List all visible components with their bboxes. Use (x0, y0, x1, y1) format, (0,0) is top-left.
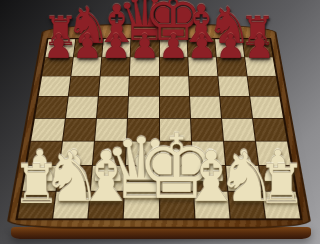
square-c6[interactable] (99, 77, 129, 97)
square-h5[interactable] (250, 97, 283, 118)
square-g6[interactable] (218, 77, 249, 97)
piece-red-pawn[interactable]: ♟ (101, 30, 131, 64)
square-h6[interactable] (248, 77, 280, 97)
square-e6[interactable] (159, 77, 188, 97)
square-a5[interactable] (35, 97, 68, 118)
square-a6[interactable] (39, 77, 71, 97)
piece-red-pawn[interactable]: ♟ (130, 30, 160, 64)
piece-white-rook[interactable]: ♜ (257, 158, 306, 212)
square-d6[interactable] (129, 77, 158, 97)
piece-red-pawn[interactable]: ♟ (244, 30, 274, 64)
piece-red-pawn[interactable]: ♟ (43, 30, 73, 64)
square-c5[interactable] (97, 97, 128, 118)
board-front-edge (11, 227, 311, 239)
piece-red-pawn[interactable]: ♟ (158, 30, 188, 64)
piece-red-pawn[interactable]: ♟ (72, 30, 102, 64)
piece-red-pawn[interactable]: ♟ (216, 30, 246, 64)
square-b6[interactable] (69, 77, 100, 97)
square-f6[interactable] (189, 77, 219, 97)
square-b5[interactable] (66, 97, 98, 118)
square-g5[interactable] (220, 97, 252, 118)
piece-red-pawn[interactable]: ♟ (187, 30, 217, 64)
scene: ♜♞♝♛♚♝♞♜♟♟♟♟♟♟♟♟♟♟♟♟♟♟♟♟♜♞♝♛♚♝♞♜ (0, 0, 320, 244)
